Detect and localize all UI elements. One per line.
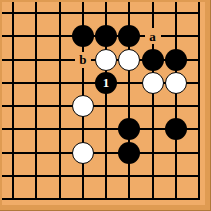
white-stone xyxy=(118,49,140,71)
intersection-c2-r8 xyxy=(25,164,48,187)
intersection-c9-r5 xyxy=(187,94,205,117)
intersection-c9-r6 xyxy=(187,118,205,141)
intersection-c8-r2 xyxy=(164,25,187,48)
intersection-c9-r1 xyxy=(187,2,205,25)
point-label-b: b xyxy=(75,52,91,68)
intersection-c2-r1 xyxy=(25,2,48,25)
intersection-c6-r6 xyxy=(118,118,141,141)
intersection-c6-r9 xyxy=(118,187,141,205)
intersection-c9-r7 xyxy=(187,141,205,164)
intersection-c4-r4 xyxy=(71,71,94,94)
intersection-c3-r4 xyxy=(48,71,71,94)
go-board: ab1 xyxy=(2,2,205,205)
intersection-c5-r3 xyxy=(94,48,117,71)
intersection-c7-r4 xyxy=(141,71,164,94)
intersection-c5-r9 xyxy=(94,187,117,205)
point-label-a: a xyxy=(145,28,161,44)
intersection-c4-r2 xyxy=(71,25,94,48)
intersection-c6-r4 xyxy=(118,71,141,94)
intersection-c3-r7 xyxy=(48,141,71,164)
intersection-c9-r9 xyxy=(187,187,205,205)
intersection-c8-r6 xyxy=(164,118,187,141)
intersection-c5-r5 xyxy=(94,94,117,117)
black-stone xyxy=(118,118,140,140)
white-stone xyxy=(165,72,187,94)
board-intersections: ab1 xyxy=(2,2,205,205)
intersection-c3-r5 xyxy=(48,94,71,117)
intersection-c6-r1 xyxy=(118,2,141,25)
intersection-c1-r1 xyxy=(2,2,25,25)
intersection-c8-r3 xyxy=(164,48,187,71)
intersection-c5-r4: 1 xyxy=(94,71,117,94)
white-stone xyxy=(72,142,94,164)
white-stone xyxy=(95,49,117,71)
intersection-c4-r7 xyxy=(71,141,94,164)
intersection-c7-r3 xyxy=(141,48,164,71)
intersection-c5-r2 xyxy=(94,25,117,48)
intersection-c6-r7 xyxy=(118,141,141,164)
intersection-c7-r6 xyxy=(141,118,164,141)
intersection-c7-r9 xyxy=(141,187,164,205)
intersection-c3-r2 xyxy=(48,25,71,48)
intersection-c2-r6 xyxy=(25,118,48,141)
intersection-c5-r7 xyxy=(94,141,117,164)
intersection-c9-r2 xyxy=(187,25,205,48)
intersection-c1-r5 xyxy=(2,94,25,117)
black-stone xyxy=(165,49,187,71)
intersection-c8-r1 xyxy=(164,2,187,25)
intersection-c6-r5 xyxy=(118,94,141,117)
intersection-c1-r8 xyxy=(2,164,25,187)
intersection-c8-r7 xyxy=(164,141,187,164)
intersection-c2-r2 xyxy=(25,25,48,48)
intersection-c4-r9 xyxy=(71,187,94,205)
intersection-c5-r1 xyxy=(94,2,117,25)
intersection-c1-r6 xyxy=(2,118,25,141)
intersection-c9-r8 xyxy=(187,164,205,187)
intersection-c4-r8 xyxy=(71,164,94,187)
intersection-c9-r4 xyxy=(187,71,205,94)
intersection-c1-r9 xyxy=(2,187,25,205)
intersection-c4-r5 xyxy=(71,94,94,117)
intersection-c4-r6 xyxy=(71,118,94,141)
intersection-c2-r7 xyxy=(25,141,48,164)
intersection-c3-r9 xyxy=(48,187,71,205)
intersection-c2-r5 xyxy=(25,94,48,117)
intersection-c7-r2: a xyxy=(141,25,164,48)
black-stone xyxy=(95,25,117,47)
intersection-c2-r4 xyxy=(25,71,48,94)
intersection-c3-r3 xyxy=(48,48,71,71)
intersection-c6-r3 xyxy=(118,48,141,71)
intersection-c3-r6 xyxy=(48,118,71,141)
intersection-c3-r8 xyxy=(48,164,71,187)
intersection-c3-r1 xyxy=(48,2,71,25)
white-stone xyxy=(142,72,164,94)
intersection-c8-r8 xyxy=(164,164,187,187)
intersection-c7-r8 xyxy=(141,164,164,187)
intersection-c5-r6 xyxy=(94,118,117,141)
intersection-c4-r1 xyxy=(71,2,94,25)
intersection-c1-r7 xyxy=(2,141,25,164)
intersection-c5-r8 xyxy=(94,164,117,187)
intersection-c2-r3 xyxy=(25,48,48,71)
intersection-c8-r5 xyxy=(164,94,187,117)
intersection-c8-r9 xyxy=(164,187,187,205)
black-stone xyxy=(72,25,94,47)
intersection-c1-r3 xyxy=(2,48,25,71)
intersection-c1-r4 xyxy=(2,71,25,94)
intersection-c7-r5 xyxy=(141,94,164,117)
black-stone xyxy=(142,49,164,71)
intersection-c4-r3: b xyxy=(71,48,94,71)
intersection-c6-r8 xyxy=(118,164,141,187)
move-number-1: 1 xyxy=(103,76,110,89)
black-stone xyxy=(118,25,140,47)
black-stone: 1 xyxy=(95,72,117,94)
intersection-c2-r9 xyxy=(25,187,48,205)
intersection-c1-r2 xyxy=(2,25,25,48)
board-frame: ab1 xyxy=(0,0,211,211)
intersection-c7-r7 xyxy=(141,141,164,164)
white-stone xyxy=(72,95,94,117)
intersection-c9-r3 xyxy=(187,48,205,71)
black-stone xyxy=(118,142,140,164)
intersection-c6-r2 xyxy=(118,25,141,48)
black-stone xyxy=(165,118,187,140)
intersection-c7-r1 xyxy=(141,2,164,25)
intersection-c8-r4 xyxy=(164,71,187,94)
